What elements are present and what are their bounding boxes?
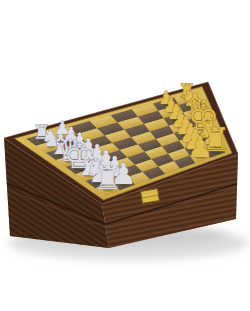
piece-silver-rook: ♜: [93, 159, 122, 197]
chess-set-product-photo: ♜♟♞♟♝♟♛♟♚♟♟♝♜♟♟♞♞♟♟♜♝♟♟♛♟♚♟♝♟♞♟♜: [0, 0, 250, 311]
chess-set-scene: ♜♟♞♟♝♟♛♟♚♟♟♝♜♟♟♞♞♟♟♜♝♟♟♛♟♚♟♝♟♞♟♜: [0, 0, 250, 311]
piece-gold-pawn: ♟: [187, 130, 213, 164]
brass-clasp: [141, 189, 160, 204]
